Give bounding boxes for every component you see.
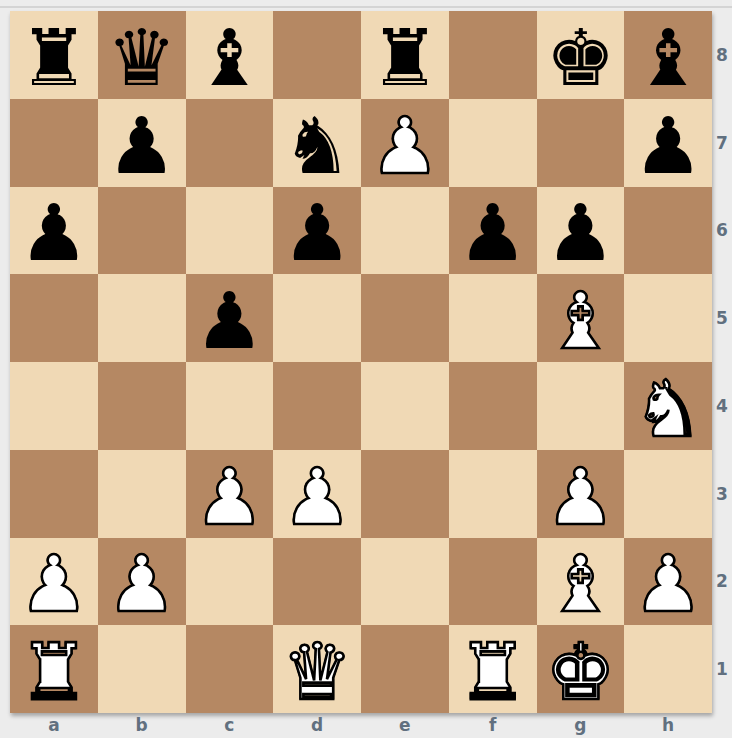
square-e6[interactable] xyxy=(361,187,449,275)
rank-label-2: 2 xyxy=(712,538,732,626)
square-a5[interactable] xyxy=(10,274,98,362)
square-d5[interactable] xyxy=(273,274,361,362)
square-b4[interactable] xyxy=(98,362,186,450)
file-label-g: g xyxy=(537,711,625,738)
square-b5[interactable] xyxy=(98,274,186,362)
square-e3[interactable] xyxy=(361,450,449,538)
piece-black-knight[interactable]: ♞ xyxy=(282,107,352,185)
piece-white-pawn[interactable]: ♟ xyxy=(633,545,703,623)
piece-black-rook[interactable]: ♜ xyxy=(370,19,440,97)
square-g5[interactable]: ♝ xyxy=(537,274,625,362)
file-label-d: d xyxy=(273,711,361,738)
file-label-h: h xyxy=(624,711,712,738)
rank-labels: 87654321 xyxy=(712,11,732,713)
square-c6[interactable] xyxy=(186,187,274,275)
piece-white-pawn[interactable]: ♟ xyxy=(194,458,264,536)
square-h5[interactable] xyxy=(624,274,712,362)
square-f7[interactable] xyxy=(449,99,537,187)
file-label-c: c xyxy=(186,711,274,738)
file-labels: abcdefgh xyxy=(10,711,712,738)
square-b2[interactable]: ♟ xyxy=(98,538,186,626)
piece-white-knight[interactable]: ♞ xyxy=(633,370,703,448)
rank-label-3: 3 xyxy=(712,450,732,538)
square-d1[interactable]: ♛ xyxy=(273,625,361,713)
rank-label-7: 7 xyxy=(712,99,732,187)
square-a7[interactable] xyxy=(10,99,98,187)
square-d4[interactable] xyxy=(273,362,361,450)
square-d2[interactable] xyxy=(273,538,361,626)
piece-white-pawn[interactable]: ♟ xyxy=(107,545,177,623)
square-c1[interactable] xyxy=(186,625,274,713)
piece-black-rook[interactable]: ♜ xyxy=(19,19,89,97)
square-a8[interactable]: ♜ xyxy=(10,11,98,99)
square-e4[interactable] xyxy=(361,362,449,450)
square-d3[interactable]: ♟ xyxy=(273,450,361,538)
rank-label-1: 1 xyxy=(712,625,732,713)
rank-label-5: 5 xyxy=(712,274,732,362)
square-b3[interactable] xyxy=(98,450,186,538)
square-b6[interactable] xyxy=(98,187,186,275)
square-d7[interactable]: ♞ xyxy=(273,99,361,187)
square-b7[interactable]: ♟ xyxy=(98,99,186,187)
square-d6[interactable]: ♟ xyxy=(273,187,361,275)
piece-white-pawn[interactable]: ♟ xyxy=(370,107,440,185)
square-h7[interactable]: ♟ xyxy=(624,99,712,187)
square-h8[interactable]: ♝ xyxy=(624,11,712,99)
square-f2[interactable] xyxy=(449,538,537,626)
piece-white-queen[interactable]: ♛ xyxy=(282,633,352,711)
square-a1[interactable]: ♜ xyxy=(10,625,98,713)
piece-white-rook[interactable]: ♜ xyxy=(458,633,528,711)
piece-black-pawn[interactable]: ♟ xyxy=(458,194,528,272)
square-g2[interactable]: ♝ xyxy=(537,538,625,626)
square-b8[interactable]: ♛ xyxy=(98,11,186,99)
file-label-b: b xyxy=(98,711,186,738)
square-g7[interactable] xyxy=(537,99,625,187)
square-g6[interactable]: ♟ xyxy=(537,187,625,275)
square-b1[interactable] xyxy=(98,625,186,713)
piece-black-pawn[interactable]: ♟ xyxy=(633,107,703,185)
square-g1[interactable]: ♚ xyxy=(537,625,625,713)
square-g4[interactable] xyxy=(537,362,625,450)
rank-label-6: 6 xyxy=(712,187,732,275)
square-c5[interactable]: ♟ xyxy=(186,274,274,362)
piece-white-bishop[interactable]: ♝ xyxy=(545,282,615,360)
square-c2[interactable] xyxy=(186,538,274,626)
file-label-e: e xyxy=(361,711,449,738)
piece-white-pawn[interactable]: ♟ xyxy=(282,458,352,536)
piece-black-pawn[interactable]: ♟ xyxy=(19,194,89,272)
piece-black-king[interactable]: ♚ xyxy=(545,19,615,97)
square-e1[interactable] xyxy=(361,625,449,713)
square-g8[interactable]: ♚ xyxy=(537,11,625,99)
square-h1[interactable] xyxy=(624,625,712,713)
square-f6[interactable]: ♟ xyxy=(449,187,537,275)
square-f5[interactable] xyxy=(449,274,537,362)
square-e7[interactable]: ♟ xyxy=(361,99,449,187)
square-f1[interactable]: ♜ xyxy=(449,625,537,713)
square-h4[interactable]: ♞ xyxy=(624,362,712,450)
piece-black-pawn[interactable]: ♟ xyxy=(282,194,352,272)
piece-white-pawn[interactable]: ♟ xyxy=(19,545,89,623)
square-h2[interactable]: ♟ xyxy=(624,538,712,626)
square-d8[interactable] xyxy=(273,11,361,99)
square-c8[interactable]: ♝ xyxy=(186,11,274,99)
square-e8[interactable]: ♜ xyxy=(361,11,449,99)
piece-white-king[interactable]: ♚ xyxy=(545,633,615,711)
square-e2[interactable] xyxy=(361,538,449,626)
piece-white-pawn[interactable]: ♟ xyxy=(545,458,615,536)
piece-black-pawn[interactable]: ♟ xyxy=(545,194,615,272)
square-c7[interactable] xyxy=(186,99,274,187)
piece-black-pawn[interactable]: ♟ xyxy=(107,107,177,185)
chess-page: ♜♛♝♜♚♝♟♞♟♟♟♟♟♟♟♝♞♟♟♟♟♟♝♟♜♛♜♚ 87654321 ab… xyxy=(0,0,732,738)
file-label-a: a xyxy=(10,711,98,738)
square-a6[interactable]: ♟ xyxy=(10,187,98,275)
piece-black-pawn[interactable]: ♟ xyxy=(194,282,264,360)
square-f4[interactable] xyxy=(449,362,537,450)
rank-label-4: 4 xyxy=(712,362,732,450)
piece-black-bishop[interactable]: ♝ xyxy=(633,19,703,97)
square-g3[interactable]: ♟ xyxy=(537,450,625,538)
square-f8[interactable] xyxy=(449,11,537,99)
piece-white-rook[interactable]: ♜ xyxy=(19,633,89,711)
chess-board: ♜♛♝♜♚♝♟♞♟♟♟♟♟♟♟♝♞♟♟♟♟♟♝♟♜♛♜♚ xyxy=(10,11,712,713)
rank-label-8: 8 xyxy=(712,11,732,99)
square-f3[interactable] xyxy=(449,450,537,538)
piece-black-bishop[interactable]: ♝ xyxy=(194,19,264,97)
square-a4[interactable] xyxy=(10,362,98,450)
square-c3[interactable]: ♟ xyxy=(186,450,274,538)
piece-black-queen[interactable]: ♛ xyxy=(107,19,177,97)
square-a3[interactable] xyxy=(10,450,98,538)
square-h6[interactable] xyxy=(624,187,712,275)
file-label-f: f xyxy=(449,711,537,738)
square-a2[interactable]: ♟ xyxy=(10,538,98,626)
square-e5[interactable] xyxy=(361,274,449,362)
piece-white-bishop[interactable]: ♝ xyxy=(545,545,615,623)
square-c4[interactable] xyxy=(186,362,274,450)
page-top-divider xyxy=(0,6,732,8)
square-h3[interactable] xyxy=(624,450,712,538)
